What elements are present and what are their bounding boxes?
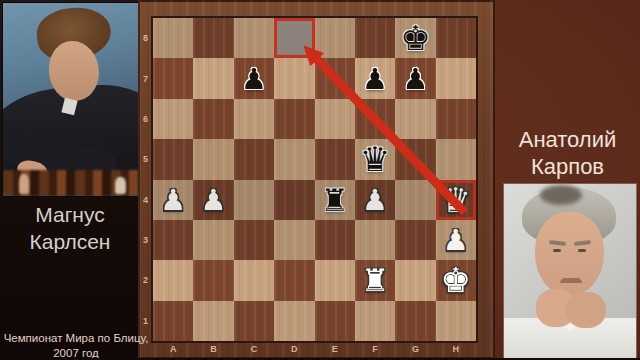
file-label-e: E	[315, 341, 355, 357]
square-e6[interactable]	[315, 99, 355, 139]
rank-label-4: 4	[138, 180, 153, 220]
square-b1[interactable]	[193, 301, 233, 341]
rank-label-7: 7	[138, 58, 153, 98]
file-label-b: B	[193, 341, 233, 357]
square-b7[interactable]	[193, 58, 233, 98]
video-frame: Магнус Карлсен Чемпионат Мира по Блицу, …	[0, 0, 640, 360]
photo-detail	[19, 174, 29, 194]
square-h2[interactable]: ♚	[436, 260, 476, 300]
square-g4[interactable]	[395, 180, 435, 220]
square-c5[interactable]	[234, 139, 274, 179]
white-pawn[interactable]: ♟	[362, 183, 388, 217]
black-rook[interactable]: ♜	[321, 182, 349, 218]
square-c8[interactable]	[234, 18, 274, 58]
rank-label-5: 5	[138, 139, 153, 179]
board-squares: ♚♟♟♟♛♟♟♜♟♛♟♜♚	[153, 18, 476, 341]
photo-detail	[540, 185, 582, 205]
square-a7[interactable]	[153, 58, 193, 98]
rank-label-3: 3	[138, 220, 153, 260]
square-a8[interactable]	[153, 18, 193, 58]
rank-labels: 87654321	[138, 18, 153, 341]
photo-detail	[115, 177, 126, 194]
square-c1[interactable]	[234, 301, 274, 341]
player-name-karpov: Анатолий Карпов	[495, 126, 640, 180]
square-b8[interactable]	[193, 18, 233, 58]
file-label-d: D	[274, 341, 314, 357]
square-a1[interactable]	[153, 301, 193, 341]
square-d6[interactable]	[274, 99, 314, 139]
square-f7[interactable]: ♟	[355, 58, 395, 98]
square-e4[interactable]: ♜	[315, 180, 355, 220]
square-f3[interactable]	[355, 220, 395, 260]
square-b5[interactable]	[193, 139, 233, 179]
photo-detail	[553, 249, 561, 252]
square-d2[interactable]	[274, 260, 314, 300]
square-b2[interactable]	[193, 260, 233, 300]
white-pawn[interactable]: ♟	[160, 183, 186, 217]
file-label-f: F	[355, 341, 395, 357]
square-a3[interactable]	[153, 220, 193, 260]
photo-detail	[566, 292, 606, 328]
player-first-name: Магнус	[0, 201, 140, 228]
square-h3[interactable]: ♟	[436, 220, 476, 260]
square-b6[interactable]	[193, 99, 233, 139]
square-g7[interactable]: ♟	[395, 58, 435, 98]
square-g8[interactable]: ♚	[395, 18, 435, 58]
square-d5[interactable]	[274, 139, 314, 179]
square-f5[interactable]: ♛	[355, 139, 395, 179]
file-label-c: C	[234, 341, 274, 357]
white-king[interactable]: ♚	[441, 260, 471, 300]
square-c4[interactable]	[234, 180, 274, 220]
square-h5[interactable]	[436, 139, 476, 179]
photo-detail	[49, 41, 99, 101]
square-g3[interactable]	[395, 220, 435, 260]
square-e7[interactable]	[315, 58, 355, 98]
square-h7[interactable]	[436, 58, 476, 98]
event-title: Чемпионат Мира по Блицу,	[0, 331, 152, 346]
square-e2[interactable]	[315, 260, 355, 300]
square-g5[interactable]	[395, 139, 435, 179]
player-last-name: Карлсен	[0, 228, 140, 255]
square-e1[interactable]	[315, 301, 355, 341]
player-last-name: Карпов	[495, 153, 640, 180]
photo-detail	[560, 278, 582, 283]
square-c7[interactable]: ♟	[234, 58, 274, 98]
square-d3[interactable]	[274, 220, 314, 260]
rank-label-8: 8	[138, 18, 153, 58]
file-label-a: A	[153, 341, 193, 357]
square-g1[interactable]	[395, 301, 435, 341]
square-f6[interactable]	[355, 99, 395, 139]
square-a2[interactable]	[153, 260, 193, 300]
rank-label-6: 6	[138, 99, 153, 139]
square-f4[interactable]: ♟	[355, 180, 395, 220]
file-label-h: H	[436, 341, 476, 357]
square-d8[interactable]	[274, 18, 314, 58]
square-e5[interactable]	[315, 139, 355, 179]
black-pawn[interactable]: ♟	[241, 62, 267, 96]
square-h8[interactable]	[436, 18, 476, 58]
square-h1[interactable]	[436, 301, 476, 341]
black-pawn[interactable]: ♟	[402, 62, 428, 96]
photo-detail	[578, 249, 586, 252]
photo-detail	[535, 212, 604, 296]
black-queen[interactable]: ♛	[360, 139, 390, 179]
square-h4[interactable]: ♛	[436, 180, 476, 220]
file-label-g: G	[395, 341, 435, 357]
square-a6[interactable]	[153, 99, 193, 139]
square-g6[interactable]	[395, 99, 435, 139]
black-pawn[interactable]: ♟	[362, 62, 388, 96]
square-c6[interactable]	[234, 99, 274, 139]
file-labels: ABCDEFGH	[153, 341, 476, 357]
square-f1[interactable]	[355, 301, 395, 341]
square-d7[interactable]	[274, 58, 314, 98]
white-pawn[interactable]: ♟	[443, 223, 469, 257]
square-d4[interactable]	[274, 180, 314, 220]
square-b4[interactable]: ♟	[193, 180, 233, 220]
square-e8[interactable]	[315, 18, 355, 58]
square-c3[interactable]	[234, 220, 274, 260]
square-g2[interactable]	[395, 260, 435, 300]
left-player-panel	[0, 0, 140, 360]
square-f8[interactable]	[355, 18, 395, 58]
carlsen-photo	[2, 2, 140, 197]
player-first-name: Анатолий	[495, 126, 640, 153]
square-d1[interactable]	[274, 301, 314, 341]
black-king[interactable]: ♚	[400, 18, 430, 58]
chess-board: 87654321 ABCDEFGH ♚♟♟♟♛♟♟♜♟♛♟♜♚	[138, 0, 495, 359]
square-b3[interactable]	[193, 220, 233, 260]
square-f2[interactable]: ♜	[355, 260, 395, 300]
square-a4[interactable]: ♟	[153, 180, 193, 220]
white-queen[interactable]: ♛	[441, 180, 471, 220]
event-caption: Чемпионат Мира по Блицу, 2007 год	[0, 331, 152, 360]
square-c2[interactable]	[234, 260, 274, 300]
square-a5[interactable]	[153, 139, 193, 179]
square-e3[interactable]	[315, 220, 355, 260]
rank-label-2: 2	[138, 260, 153, 300]
karpov-photo	[503, 183, 637, 360]
white-pawn[interactable]: ♟	[201, 183, 227, 217]
white-rook[interactable]: ♜	[361, 262, 389, 298]
player-name-carlsen: Магнус Карлсен	[0, 201, 140, 255]
square-h6[interactable]	[436, 99, 476, 139]
